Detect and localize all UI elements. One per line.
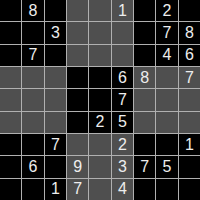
cell-r0c0[interactable] bbox=[0, 0, 21, 21]
cell-r5c8[interactable] bbox=[179, 112, 200, 133]
cell-r2c6[interactable] bbox=[134, 45, 155, 66]
cell-r1c0[interactable] bbox=[0, 22, 21, 43]
cell-r6c4[interactable] bbox=[89, 134, 110, 155]
cell-r1c6[interactable] bbox=[134, 22, 155, 43]
cell-r2c2[interactable] bbox=[45, 45, 66, 66]
cell-r5c5[interactable]: 5 bbox=[112, 112, 133, 133]
cell-r2c3[interactable] bbox=[67, 45, 88, 66]
cell-r3c3[interactable] bbox=[67, 67, 88, 88]
cell-r1c8[interactable]: 8 bbox=[179, 22, 200, 43]
cell-r0c2[interactable] bbox=[45, 0, 66, 21]
cell-r4c0[interactable] bbox=[0, 89, 21, 110]
cell-r2c1[interactable]: 7 bbox=[22, 45, 43, 66]
cell-r5c6[interactable] bbox=[134, 112, 155, 133]
cell-r2c7[interactable]: 4 bbox=[156, 45, 177, 66]
cell-r8c3[interactable]: 7 bbox=[67, 179, 88, 200]
cell-r5c3[interactable] bbox=[67, 112, 88, 133]
cell-r8c5[interactable]: 4 bbox=[112, 179, 133, 200]
cell-r5c1[interactable] bbox=[22, 112, 43, 133]
cell-r0c1[interactable]: 8 bbox=[22, 0, 43, 21]
cell-r7c8[interactable] bbox=[179, 156, 200, 177]
cell-r5c4[interactable]: 2 bbox=[89, 112, 110, 133]
cell-r6c3[interactable] bbox=[67, 134, 88, 155]
cell-r7c7[interactable]: 5 bbox=[156, 156, 177, 177]
cell-r4c5[interactable]: 7 bbox=[112, 89, 133, 110]
cell-r5c7[interactable] bbox=[156, 112, 177, 133]
cell-r4c2[interactable] bbox=[45, 89, 66, 110]
cell-r6c6[interactable] bbox=[134, 134, 155, 155]
cell-r4c1[interactable] bbox=[22, 89, 43, 110]
cell-r0c8[interactable] bbox=[179, 0, 200, 21]
cell-r0c5[interactable]: 1 bbox=[112, 0, 133, 21]
cell-r4c7[interactable] bbox=[156, 89, 177, 110]
cell-r7c5[interactable]: 3 bbox=[112, 156, 133, 177]
cell-r7c0[interactable] bbox=[0, 156, 21, 177]
cell-r8c8[interactable] bbox=[179, 179, 200, 200]
cell-r8c0[interactable] bbox=[0, 179, 21, 200]
cell-r2c8[interactable]: 6 bbox=[179, 45, 200, 66]
cell-r3c0[interactable] bbox=[0, 67, 21, 88]
cell-r3c5[interactable]: 6 bbox=[112, 67, 133, 88]
cell-r0c6[interactable] bbox=[134, 0, 155, 21]
cell-r4c8[interactable] bbox=[179, 89, 200, 110]
cell-r1c3[interactable] bbox=[67, 22, 88, 43]
cell-r6c2[interactable]: 7 bbox=[45, 134, 66, 155]
cell-r8c2[interactable]: 1 bbox=[45, 179, 66, 200]
cell-r0c4[interactable] bbox=[89, 0, 110, 21]
cell-r3c1[interactable] bbox=[22, 67, 43, 88]
cell-r3c4[interactable] bbox=[89, 67, 110, 88]
cell-r6c7[interactable] bbox=[156, 134, 177, 155]
cell-r4c3[interactable] bbox=[67, 89, 88, 110]
cell-r8c7[interactable] bbox=[156, 179, 177, 200]
cell-r6c0[interactable] bbox=[0, 134, 21, 155]
cell-r0c3[interactable] bbox=[67, 0, 88, 21]
sudoku-board: 81237874668772572169375174 bbox=[0, 0, 200, 200]
cell-r0c7[interactable]: 2 bbox=[156, 0, 177, 21]
cell-r6c1[interactable] bbox=[22, 134, 43, 155]
cell-r8c4[interactable] bbox=[89, 179, 110, 200]
cell-r2c0[interactable] bbox=[0, 45, 21, 66]
cell-r1c1[interactable] bbox=[22, 22, 43, 43]
cell-r1c4[interactable] bbox=[89, 22, 110, 43]
cell-r7c3[interactable]: 9 bbox=[67, 156, 88, 177]
cell-r3c2[interactable] bbox=[45, 67, 66, 88]
cell-r2c5[interactable] bbox=[112, 45, 133, 66]
cell-r7c2[interactable] bbox=[45, 156, 66, 177]
cell-r7c4[interactable] bbox=[89, 156, 110, 177]
cell-r4c6[interactable] bbox=[134, 89, 155, 110]
cell-r1c7[interactable]: 7 bbox=[156, 22, 177, 43]
cell-r3c6[interactable]: 8 bbox=[134, 67, 155, 88]
cell-r1c5[interactable] bbox=[112, 22, 133, 43]
cell-r5c2[interactable] bbox=[45, 112, 66, 133]
cell-r8c1[interactable] bbox=[22, 179, 43, 200]
cell-r6c5[interactable]: 2 bbox=[112, 134, 133, 155]
cell-r3c8[interactable]: 7 bbox=[179, 67, 200, 88]
cell-r7c1[interactable]: 6 bbox=[22, 156, 43, 177]
cell-r6c8[interactable]: 1 bbox=[179, 134, 200, 155]
cell-r5c0[interactable] bbox=[0, 112, 21, 133]
cell-r1c2[interactable]: 3 bbox=[45, 22, 66, 43]
cell-r7c6[interactable]: 7 bbox=[134, 156, 155, 177]
cell-r4c4[interactable] bbox=[89, 89, 110, 110]
cell-r2c4[interactable] bbox=[89, 45, 110, 66]
cell-r3c7[interactable] bbox=[156, 67, 177, 88]
cell-r8c6[interactable] bbox=[134, 179, 155, 200]
